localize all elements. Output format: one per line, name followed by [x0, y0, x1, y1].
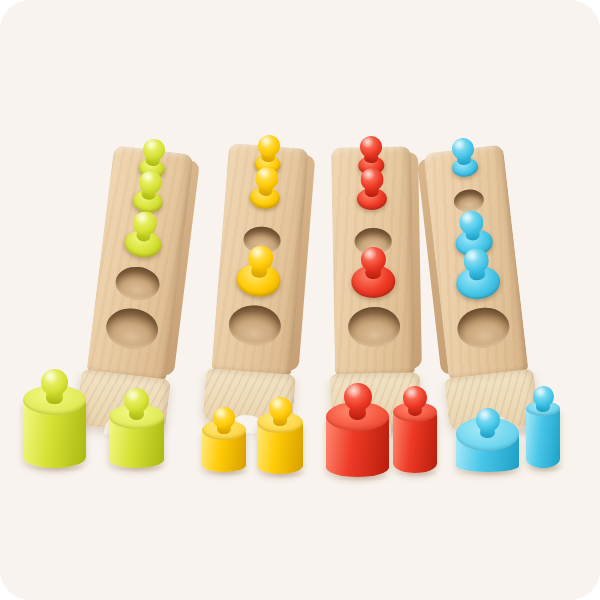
loose-cylinder-blue-large-flat[interactable]: [456, 417, 519, 472]
loose-cylinder-red-medium[interactable]: [393, 402, 437, 473]
loose-cylinder-green-large[interactable]: [109, 404, 164, 469]
cylinder-body: [526, 408, 560, 468]
knob-ball: [533, 386, 554, 407]
loose-cylinder-yellow-medium[interactable]: [257, 412, 303, 475]
knob-ball: [41, 369, 68, 396]
knob-ball: [344, 383, 372, 411]
loose-cylinder-green-largest[interactable]: [23, 385, 86, 468]
knob-ball: [213, 407, 235, 429]
loose-cylinder-blue-small-tall[interactable]: [526, 401, 560, 469]
knob-ball: [403, 386, 427, 410]
loose-cylinder-yellow-small[interactable]: [202, 420, 246, 472]
knob-ball: [124, 388, 149, 413]
loose-cylinder-red-largest[interactable]: [326, 402, 389, 478]
knob-ball: [476, 408, 500, 432]
knob-ball: [269, 397, 292, 420]
cylinder-layer: [0, 0, 600, 600]
product-photo-scene: [0, 0, 600, 600]
